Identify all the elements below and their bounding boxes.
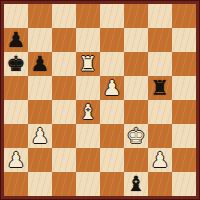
square-g7[interactable]	[148, 28, 172, 52]
square-a7[interactable]: ♟	[4, 28, 28, 52]
square-d7[interactable]	[76, 28, 100, 52]
square-c3[interactable]	[52, 124, 76, 148]
square-f4[interactable]	[124, 100, 148, 124]
square-e3[interactable]	[100, 124, 124, 148]
square-d4[interactable]: ♝	[76, 100, 100, 124]
square-f1[interactable]: ♝	[124, 172, 148, 196]
square-c1[interactable]	[52, 172, 76, 196]
square-b1[interactable]	[28, 172, 52, 196]
square-b6[interactable]: ♟	[28, 52, 52, 76]
square-f3[interactable]: ♚	[124, 124, 148, 148]
square-h4[interactable]	[172, 100, 196, 124]
square-e1[interactable]	[100, 172, 124, 196]
square-b3[interactable]: ♟	[28, 124, 52, 148]
square-h3[interactable]	[172, 124, 196, 148]
square-h2[interactable]	[172, 148, 196, 172]
square-h5[interactable]	[172, 76, 196, 100]
square-d3[interactable]	[76, 124, 100, 148]
square-d8[interactable]	[76, 4, 100, 28]
square-d2[interactable]	[76, 148, 100, 172]
square-f2[interactable]	[124, 148, 148, 172]
square-c5[interactable]	[52, 76, 76, 100]
square-g6[interactable]	[148, 52, 172, 76]
black-bishop: ♝	[127, 172, 146, 196]
square-e6[interactable]	[100, 52, 124, 76]
square-h6[interactable]	[172, 52, 196, 76]
square-d6[interactable]: ♜	[76, 52, 100, 76]
square-h7[interactable]	[172, 28, 196, 52]
square-a1[interactable]	[4, 172, 28, 196]
square-h1[interactable]	[172, 172, 196, 196]
square-f5[interactable]	[124, 76, 148, 100]
white-rook: ♜	[79, 52, 98, 76]
square-b8[interactable]	[28, 4, 52, 28]
square-d1[interactable]	[76, 172, 100, 196]
white-bishop: ♝	[79, 100, 98, 124]
square-f8[interactable]	[124, 4, 148, 28]
square-d5[interactable]	[76, 76, 100, 100]
square-g5[interactable]: ♜	[148, 76, 172, 100]
square-h8[interactable]	[172, 4, 196, 28]
black-pawn: ♟	[31, 52, 50, 76]
square-a5[interactable]	[4, 76, 28, 100]
black-rook: ♜	[151, 76, 170, 100]
square-e5[interactable]: ♟	[100, 76, 124, 100]
white-pawn: ♟	[151, 148, 170, 172]
square-a3[interactable]	[4, 124, 28, 148]
square-b4[interactable]	[28, 100, 52, 124]
square-f7[interactable]	[124, 28, 148, 52]
square-g8[interactable]	[148, 4, 172, 28]
square-c7[interactable]	[52, 28, 76, 52]
square-e7[interactable]	[100, 28, 124, 52]
square-e2[interactable]	[100, 148, 124, 172]
square-a8[interactable]	[4, 4, 28, 28]
square-c6[interactable]	[52, 52, 76, 76]
square-b7[interactable]	[28, 28, 52, 52]
board-frame: ♟♚♟♜♟♜♝♟♚♟♟♝	[0, 0, 200, 200]
white-king: ♚	[127, 124, 146, 148]
white-pawn: ♟	[7, 148, 26, 172]
square-a4[interactable]	[4, 100, 28, 124]
square-b2[interactable]	[28, 148, 52, 172]
square-e8[interactable]	[100, 4, 124, 28]
square-b5[interactable]	[28, 76, 52, 100]
square-c2[interactable]	[52, 148, 76, 172]
square-f6[interactable]	[124, 52, 148, 76]
square-g3[interactable]	[148, 124, 172, 148]
square-g2[interactable]: ♟	[148, 148, 172, 172]
square-e4[interactable]	[100, 100, 124, 124]
chess-board: ♟♚♟♜♟♜♝♟♚♟♟♝	[4, 4, 196, 196]
black-king: ♚	[7, 52, 26, 76]
square-a2[interactable]: ♟	[4, 148, 28, 172]
square-c8[interactable]	[52, 4, 76, 28]
square-g1[interactable]	[148, 172, 172, 196]
white-pawn: ♟	[103, 76, 122, 100]
square-a6[interactable]: ♚	[4, 52, 28, 76]
square-g4[interactable]	[148, 100, 172, 124]
square-c4[interactable]	[52, 100, 76, 124]
black-pawn: ♟	[7, 28, 26, 52]
white-pawn: ♟	[31, 124, 50, 148]
